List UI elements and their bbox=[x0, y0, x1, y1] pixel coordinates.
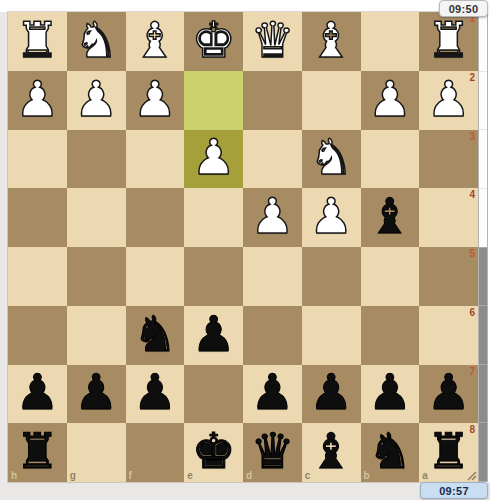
chess-board[interactable]: ♜♞♝♚♛♝♜1♟♟♟♟♟2♟♞3♟♟♝45♞♟6♟♟♟♟♟♟♟7♜hgf♚e♛… bbox=[8, 12, 478, 482]
eval-gauge-segment-2 bbox=[479, 71, 487, 130]
piece-black-pawn[interactable]: ♟ bbox=[15, 368, 59, 417]
square-d5[interactable] bbox=[243, 247, 302, 306]
square-a1[interactable]: ♜1 bbox=[419, 12, 478, 71]
piece-white-pawn[interactable]: ♟ bbox=[368, 75, 412, 124]
square-e2[interactable] bbox=[184, 71, 243, 130]
square-a7[interactable]: ♟7 bbox=[419, 365, 478, 424]
square-d2[interactable] bbox=[243, 71, 302, 130]
black-clock: 09:57 bbox=[420, 482, 488, 499]
square-c4[interactable]: ♟ bbox=[302, 188, 361, 247]
resize-handle-icon[interactable] bbox=[464, 468, 477, 481]
square-h7[interactable]: ♟ bbox=[8, 365, 67, 424]
square-e7[interactable] bbox=[184, 365, 243, 424]
rank-label-2: 2 bbox=[469, 73, 475, 83]
piece-white-pawn[interactable]: ♟ bbox=[309, 192, 353, 241]
square-d3[interactable] bbox=[243, 130, 302, 189]
square-f3[interactable] bbox=[126, 130, 185, 189]
square-e1[interactable]: ♚ bbox=[184, 12, 243, 71]
square-f4[interactable] bbox=[126, 188, 185, 247]
square-g6[interactable] bbox=[67, 306, 126, 365]
square-a5[interactable]: 5 bbox=[419, 247, 478, 306]
square-e4[interactable] bbox=[184, 188, 243, 247]
square-b7[interactable]: ♟ bbox=[361, 365, 420, 424]
square-g3[interactable] bbox=[67, 130, 126, 189]
square-f7[interactable]: ♟ bbox=[126, 365, 185, 424]
piece-black-knight[interactable]: ♞ bbox=[368, 427, 412, 476]
square-b6[interactable] bbox=[361, 306, 420, 365]
piece-black-pawn[interactable]: ♟ bbox=[133, 368, 177, 417]
square-f2[interactable]: ♟ bbox=[126, 71, 185, 130]
square-h2[interactable]: ♟ bbox=[8, 71, 67, 130]
piece-black-knight[interactable]: ♞ bbox=[133, 310, 177, 359]
piece-white-rook[interactable]: ♜ bbox=[427, 16, 471, 65]
square-h5[interactable] bbox=[8, 247, 67, 306]
square-a2[interactable]: ♟2 bbox=[419, 71, 478, 130]
piece-white-pawn[interactable]: ♟ bbox=[427, 75, 471, 124]
piece-white-pawn[interactable]: ♟ bbox=[74, 75, 118, 124]
square-e5[interactable] bbox=[184, 247, 243, 306]
piece-white-queen[interactable]: ♛ bbox=[250, 16, 294, 65]
square-f5[interactable] bbox=[126, 247, 185, 306]
square-d6[interactable] bbox=[243, 306, 302, 365]
square-d4[interactable]: ♟ bbox=[243, 188, 302, 247]
square-b3[interactable] bbox=[361, 130, 420, 189]
square-b8[interactable]: ♞b bbox=[361, 423, 420, 482]
square-c8[interactable]: ♝c bbox=[302, 423, 361, 482]
file-label-b: b bbox=[364, 471, 370, 481]
file-label-f: f bbox=[129, 471, 132, 481]
eval-gauge bbox=[478, 12, 488, 482]
piece-black-king[interactable]: ♚ bbox=[192, 427, 236, 476]
eval-gauge-segment-5 bbox=[479, 247, 487, 306]
piece-white-rook[interactable]: ♜ bbox=[15, 16, 59, 65]
square-g7[interactable]: ♟ bbox=[67, 365, 126, 424]
eval-gauge-segment-7 bbox=[479, 364, 487, 423]
piece-white-knight[interactable]: ♞ bbox=[309, 133, 353, 182]
file-label-a: a bbox=[422, 471, 428, 481]
eval-gauge-segment-1 bbox=[479, 13, 487, 71]
piece-black-rook[interactable]: ♜ bbox=[15, 427, 59, 476]
square-a3[interactable]: 3 bbox=[419, 130, 478, 189]
piece-white-bishop[interactable]: ♝ bbox=[309, 16, 353, 65]
square-e8[interactable]: ♚e bbox=[184, 423, 243, 482]
piece-black-bishop[interactable]: ♝ bbox=[309, 427, 353, 476]
square-e3[interactable]: ♟ bbox=[184, 130, 243, 189]
square-b2[interactable]: ♟ bbox=[361, 71, 420, 130]
piece-white-pawn[interactable]: ♟ bbox=[192, 133, 236, 182]
square-g5[interactable] bbox=[67, 247, 126, 306]
square-g2[interactable]: ♟ bbox=[67, 71, 126, 130]
square-g1[interactable]: ♞ bbox=[67, 12, 126, 71]
file-label-e: e bbox=[187, 471, 193, 481]
square-f1[interactable]: ♝ bbox=[126, 12, 185, 71]
square-f8[interactable]: f bbox=[126, 423, 185, 482]
square-d7[interactable]: ♟ bbox=[243, 365, 302, 424]
square-c3[interactable]: ♞ bbox=[302, 130, 361, 189]
eval-gauge-segment-4 bbox=[479, 188, 487, 247]
square-d1[interactable]: ♛ bbox=[243, 12, 302, 71]
white-clock: 09:50 bbox=[439, 0, 488, 17]
square-h4[interactable] bbox=[8, 188, 67, 247]
square-a6[interactable]: 6 bbox=[419, 306, 478, 365]
piece-black-pawn[interactable]: ♟ bbox=[250, 368, 294, 417]
square-d8[interactable]: ♛d bbox=[243, 423, 302, 482]
piece-black-pawn[interactable]: ♟ bbox=[427, 368, 471, 417]
square-g4[interactable] bbox=[67, 188, 126, 247]
piece-white-bishop[interactable]: ♝ bbox=[133, 16, 177, 65]
piece-white-pawn[interactable]: ♟ bbox=[250, 192, 294, 241]
file-label-h: h bbox=[11, 471, 17, 481]
rank-label-4: 4 bbox=[469, 190, 475, 200]
square-h6[interactable] bbox=[8, 306, 67, 365]
square-c1[interactable]: ♝ bbox=[302, 12, 361, 71]
piece-white-king[interactable]: ♚ bbox=[192, 16, 236, 65]
piece-white-knight[interactable]: ♞ bbox=[74, 16, 118, 65]
piece-black-pawn[interactable]: ♟ bbox=[309, 368, 353, 417]
piece-black-queen[interactable]: ♛ bbox=[250, 427, 294, 476]
piece-black-bishop[interactable]: ♝ bbox=[368, 192, 412, 241]
square-f6[interactable]: ♞ bbox=[126, 306, 185, 365]
piece-white-pawn[interactable]: ♟ bbox=[133, 75, 177, 124]
square-e6[interactable]: ♟ bbox=[184, 306, 243, 365]
piece-black-pawn[interactable]: ♟ bbox=[192, 310, 236, 359]
eval-gauge-segment-6 bbox=[479, 305, 487, 364]
rank-label-7: 7 bbox=[469, 367, 475, 377]
piece-white-pawn[interactable]: ♟ bbox=[15, 75, 59, 124]
square-h8[interactable]: ♜h bbox=[8, 423, 67, 482]
square-c2[interactable] bbox=[302, 71, 361, 130]
eval-gauge-segment-8 bbox=[479, 422, 487, 481]
square-b4[interactable]: ♝ bbox=[361, 188, 420, 247]
square-h3[interactable] bbox=[8, 130, 67, 189]
rank-label-8: 8 bbox=[469, 425, 475, 435]
page-gutter-bottom bbox=[0, 482, 490, 500]
rank-label-5: 5 bbox=[469, 249, 475, 259]
square-a4[interactable]: 4 bbox=[419, 188, 478, 247]
rank-label-6: 6 bbox=[469, 308, 475, 318]
piece-black-pawn[interactable]: ♟ bbox=[74, 368, 118, 417]
square-g8[interactable]: g bbox=[67, 423, 126, 482]
square-c6[interactable] bbox=[302, 306, 361, 365]
page-gutter-left bbox=[0, 12, 8, 500]
square-c5[interactable] bbox=[302, 247, 361, 306]
eval-gauge-segment-3 bbox=[479, 129, 487, 188]
rank-label-3: 3 bbox=[469, 132, 475, 142]
file-label-d: d bbox=[246, 471, 252, 481]
piece-black-pawn[interactable]: ♟ bbox=[368, 368, 412, 417]
file-label-c: c bbox=[305, 471, 311, 481]
square-b1[interactable] bbox=[361, 12, 420, 71]
file-label-g: g bbox=[70, 471, 76, 481]
square-b5[interactable] bbox=[361, 247, 420, 306]
square-h1[interactable]: ♜ bbox=[8, 12, 67, 71]
square-c7[interactable]: ♟ bbox=[302, 365, 361, 424]
